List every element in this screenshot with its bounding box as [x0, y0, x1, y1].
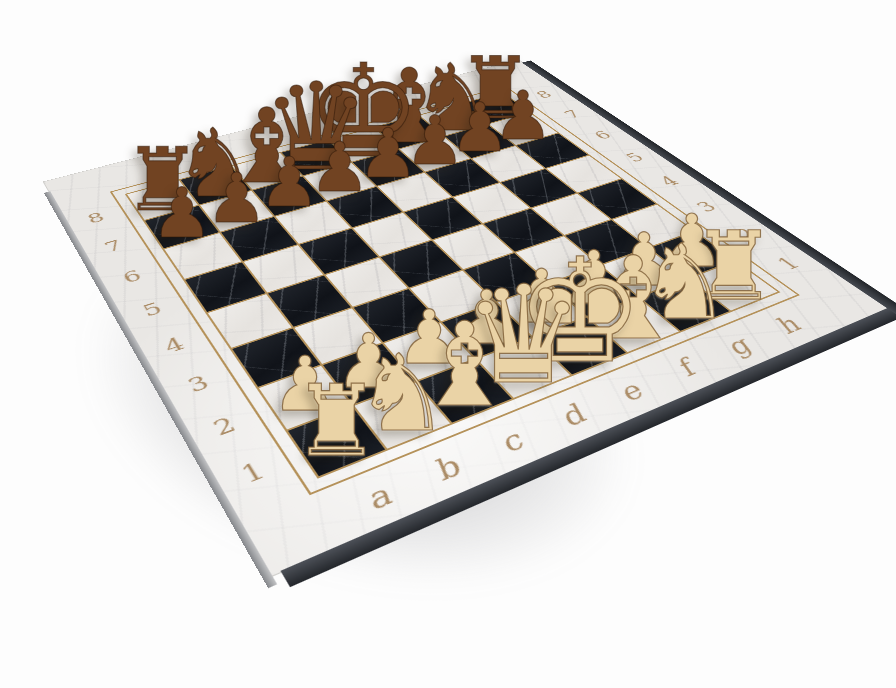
product-photo-scene: 8765432187654321abcdefgh ♜♞♟♝♟♚♟♛♟♝♟♞♟♜♟… [0, 0, 896, 688]
white-rook-a1[interactable]: ♜ [282, 372, 391, 471]
pieces-layer: ♜♞♟♝♟♚♟♛♟♝♟♞♟♜♟♟♟♟♜♟♞♟♝♟♚♟♛♟♝♟♞♜ [0, 0, 896, 688]
black-pawn-a7[interactable]: ♟ [144, 179, 220, 248]
